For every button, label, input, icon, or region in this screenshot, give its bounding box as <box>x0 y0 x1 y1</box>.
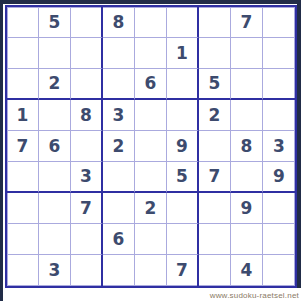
cell-r6c5[interactable] <box>135 162 167 193</box>
cell-r7c5[interactable]: 2 <box>135 193 167 224</box>
cell-r1c4[interactable]: 8 <box>103 7 135 38</box>
cell-r7c2[interactable] <box>39 193 71 224</box>
cell-r2c2[interactable] <box>39 38 71 69</box>
cell-r3c3[interactable] <box>71 69 103 100</box>
cell-r3c9[interactable] <box>263 69 295 100</box>
cell-r7c3[interactable]: 7 <box>71 193 103 224</box>
cell-r4c5[interactable] <box>135 100 167 131</box>
cell-r1c7[interactable] <box>199 7 231 38</box>
cell-r5c4[interactable]: 2 <box>103 131 135 162</box>
cell-r4c6[interactable] <box>167 100 199 131</box>
cell-r4c3[interactable]: 8 <box>71 100 103 131</box>
cell-r2c9[interactable] <box>263 38 295 69</box>
cell-r7c9[interactable] <box>263 193 295 224</box>
cell-r5c2[interactable]: 6 <box>39 131 71 162</box>
cell-r6c4[interactable] <box>103 162 135 193</box>
sudoku-board: 5871265183276298335797296374 <box>5 5 297 288</box>
cell-r3c4[interactable] <box>103 69 135 100</box>
cell-r7c6[interactable] <box>167 193 199 224</box>
cell-r1c2[interactable]: 5 <box>39 7 71 38</box>
screenshot-root: 5871265183276298335797296374 www.sudoku-… <box>0 0 301 301</box>
cell-r1c9[interactable] <box>263 7 295 38</box>
page-background-top <box>0 0 301 4</box>
cell-r5c8[interactable]: 8 <box>231 131 263 162</box>
cell-r5c3[interactable] <box>71 131 103 162</box>
cell-r8c7[interactable] <box>199 224 231 255</box>
cell-r8c3[interactable] <box>71 224 103 255</box>
cell-r5c1[interactable]: 7 <box>7 131 39 162</box>
cell-r4c1[interactable]: 1 <box>7 100 39 131</box>
cell-r5c7[interactable] <box>199 131 231 162</box>
page-background-right <box>297 0 301 288</box>
cell-r2c7[interactable] <box>199 38 231 69</box>
cell-r1c5[interactable] <box>135 7 167 38</box>
cell-r4c4[interactable]: 3 <box>103 100 135 131</box>
cell-r2c4[interactable] <box>103 38 135 69</box>
cell-r6c2[interactable] <box>39 162 71 193</box>
cell-r1c8[interactable]: 7 <box>231 7 263 38</box>
cell-r5c6[interactable]: 9 <box>167 131 199 162</box>
watermark-url: www.sudoku-raetsel.net <box>210 291 299 300</box>
cell-r9c2[interactable]: 3 <box>39 255 71 286</box>
cell-r9c5[interactable] <box>135 255 167 286</box>
cell-r2c5[interactable] <box>135 38 167 69</box>
cell-r8c2[interactable] <box>39 224 71 255</box>
cell-r6c8[interactable] <box>231 162 263 193</box>
cell-r9c9[interactable] <box>263 255 295 286</box>
cell-r7c7[interactable] <box>199 193 231 224</box>
cell-r3c6[interactable] <box>167 69 199 100</box>
cell-r9c3[interactable] <box>71 255 103 286</box>
cell-r9c1[interactable] <box>7 255 39 286</box>
cell-r9c6[interactable]: 7 <box>167 255 199 286</box>
cell-r5c9[interactable]: 3 <box>263 131 295 162</box>
cell-r9c7[interactable] <box>199 255 231 286</box>
cell-r4c8[interactable] <box>231 100 263 131</box>
cell-r6c9[interactable]: 9 <box>263 162 295 193</box>
cell-r2c3[interactable] <box>71 38 103 69</box>
cell-r3c8[interactable] <box>231 69 263 100</box>
cell-r6c7[interactable]: 7 <box>199 162 231 193</box>
cell-r9c8[interactable]: 4 <box>231 255 263 286</box>
cell-r8c8[interactable] <box>231 224 263 255</box>
cell-r3c5[interactable]: 6 <box>135 69 167 100</box>
cell-r8c4[interactable]: 6 <box>103 224 135 255</box>
cell-r9c4[interactable] <box>103 255 135 286</box>
cell-r7c1[interactable] <box>7 193 39 224</box>
cell-r8c9[interactable] <box>263 224 295 255</box>
cell-r1c1[interactable] <box>7 7 39 38</box>
cell-r3c2[interactable]: 2 <box>39 69 71 100</box>
cell-r3c7[interactable]: 5 <box>199 69 231 100</box>
cell-r3c1[interactable] <box>7 69 39 100</box>
cell-r4c2[interactable] <box>39 100 71 131</box>
cell-r5c5[interactable] <box>135 131 167 162</box>
cell-r2c6[interactable]: 1 <box>167 38 199 69</box>
cell-r4c9[interactable] <box>263 100 295 131</box>
cell-r4c7[interactable]: 2 <box>199 100 231 131</box>
cell-r8c6[interactable] <box>167 224 199 255</box>
cell-r7c4[interactable] <box>103 193 135 224</box>
cell-r1c6[interactable] <box>167 7 199 38</box>
cell-r6c6[interactable]: 5 <box>167 162 199 193</box>
page-background-left <box>0 0 3 301</box>
cell-r2c1[interactable] <box>7 38 39 69</box>
cell-r7c8[interactable]: 9 <box>231 193 263 224</box>
cell-r8c5[interactable] <box>135 224 167 255</box>
cell-r6c3[interactable]: 3 <box>71 162 103 193</box>
cell-r2c8[interactable] <box>231 38 263 69</box>
cell-r8c1[interactable] <box>7 224 39 255</box>
cell-r6c1[interactable] <box>7 162 39 193</box>
cell-r1c3[interactable] <box>71 7 103 38</box>
